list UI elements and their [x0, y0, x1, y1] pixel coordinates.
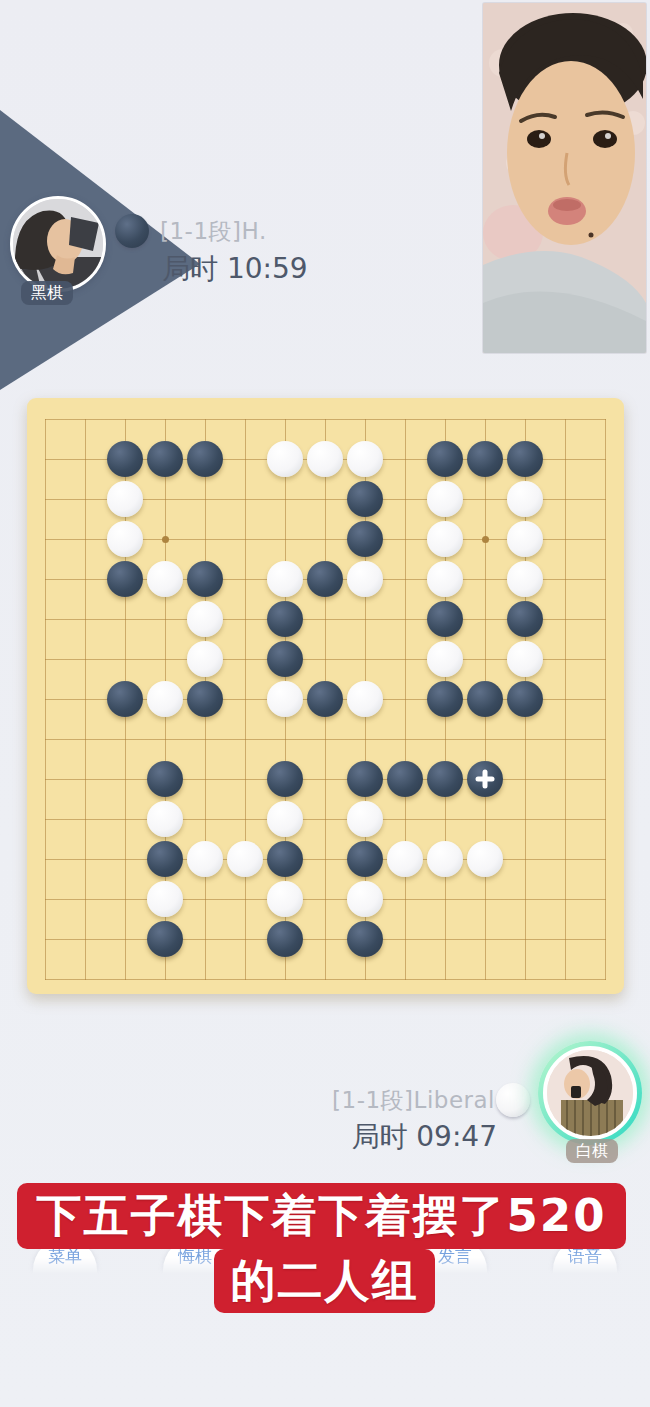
black-stone — [427, 441, 463, 477]
black-stone — [427, 601, 463, 637]
black-stone — [147, 841, 183, 877]
white-stone — [307, 441, 343, 477]
white-stone — [147, 881, 183, 917]
black-stone — [387, 761, 423, 797]
white-stone — [507, 641, 543, 677]
black-stone — [467, 761, 503, 797]
black-stone — [147, 441, 183, 477]
white-player-avatar-photo — [547, 1050, 633, 1136]
white-player-clock: 局时 09:47 — [280, 1118, 497, 1156]
white-stone — [427, 641, 463, 677]
caption-line1: 下五子棋下着下着摆了520 — [17, 1183, 626, 1249]
black-stone — [467, 441, 503, 477]
white-player-avatar-turn-ring[interactable] — [538, 1041, 642, 1145]
black-stone — [187, 561, 223, 597]
last-move-marker — [467, 761, 503, 797]
black-stone — [107, 561, 143, 597]
white-stone — [347, 681, 383, 717]
star-point — [482, 536, 489, 543]
black-stone — [507, 441, 543, 477]
black-stone — [267, 641, 303, 677]
white-stone-icon — [496, 1083, 530, 1117]
black-stone-icon — [115, 214, 149, 248]
black-stone — [107, 681, 143, 717]
white-stone — [467, 841, 503, 877]
black-stone — [267, 921, 303, 957]
white-stone — [147, 561, 183, 597]
black-stone — [187, 441, 223, 477]
white-stone — [267, 561, 303, 597]
black-stone — [187, 681, 223, 717]
white-stone — [427, 841, 463, 877]
black-stone — [347, 841, 383, 877]
black-player-avatar[interactable] — [10, 196, 106, 292]
black-stone — [467, 681, 503, 717]
gomoku-board[interactable] — [27, 398, 624, 994]
white-stone — [267, 881, 303, 917]
white-stone — [347, 441, 383, 477]
white-stone — [427, 481, 463, 517]
black-stone — [507, 601, 543, 637]
white-stone — [427, 561, 463, 597]
white-stone — [187, 841, 223, 877]
black-stone — [507, 681, 543, 717]
white-stone — [507, 521, 543, 557]
black-side-badge: 黑棋 — [21, 281, 73, 305]
black-stone — [347, 521, 383, 557]
black-stone — [427, 681, 463, 717]
black-stone — [267, 841, 303, 877]
white-stone — [347, 801, 383, 837]
black-stone — [307, 681, 343, 717]
black-stone — [307, 561, 343, 597]
white-stone — [267, 681, 303, 717]
black-stone — [147, 921, 183, 957]
black-stone — [347, 481, 383, 517]
white-player-avatar — [543, 1046, 637, 1140]
black-clock-prefix: 局时 — [162, 252, 218, 285]
black-stone — [347, 761, 383, 797]
white-stone — [427, 521, 463, 557]
star-point — [162, 536, 169, 543]
black-clock-time: 10:59 — [227, 252, 308, 285]
white-clock-time: 09:47 — [416, 1120, 497, 1153]
black-player-name: [1-1段]H. — [160, 216, 267, 247]
white-stone — [147, 681, 183, 717]
white-stone — [507, 481, 543, 517]
black-player-clock: 局时 10:59 — [162, 250, 308, 288]
white-stone — [187, 641, 223, 677]
camera-video-feed[interactable] — [483, 3, 646, 353]
white-stone — [147, 801, 183, 837]
board-grid[interactable] — [45, 419, 606, 980]
white-stone — [507, 561, 543, 597]
black-stone — [347, 921, 383, 957]
black-player-avatar-photo — [13, 199, 103, 289]
video-person — [483, 3, 646, 353]
white-stone — [267, 801, 303, 837]
white-stone — [107, 481, 143, 517]
black-stone — [107, 441, 143, 477]
white-side-badge: 白棋 — [566, 1139, 618, 1163]
white-stone — [107, 521, 143, 557]
black-stone — [147, 761, 183, 797]
white-player-name: [1-1段]Liberal — [280, 1085, 495, 1116]
black-stone — [267, 601, 303, 637]
white-stone — [267, 441, 303, 477]
white-stone — [227, 841, 263, 877]
white-stone — [347, 561, 383, 597]
white-stone — [187, 601, 223, 637]
white-stone — [387, 841, 423, 877]
black-stone — [427, 761, 463, 797]
black-stone — [267, 761, 303, 797]
caption-line2: 的二人组 — [214, 1249, 435, 1313]
white-stone — [347, 881, 383, 917]
white-clock-prefix: 局时 — [351, 1120, 407, 1153]
